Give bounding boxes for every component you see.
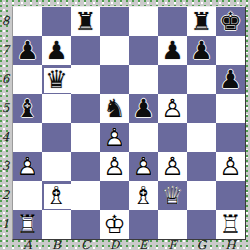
white-bishop-icon: ♝: [129, 181, 158, 210]
square-c1[interactable]: [71, 210, 100, 239]
rank-label-7: 7: [0, 36, 11, 65]
square-c8[interactable]: ♜: [71, 7, 100, 36]
square-b1[interactable]: [42, 210, 71, 239]
square-g6[interactable]: [187, 65, 216, 94]
file-label-c: C: [71, 240, 100, 250]
black-bishop-icon: ♝: [13, 94, 42, 123]
square-b5[interactable]: [42, 94, 71, 123]
square-h4[interactable]: [216, 123, 245, 152]
white-pawn-icon: ♟: [158, 94, 187, 123]
white-queen-icon: ♕: [158, 181, 187, 210]
square-b6[interactable]: ♛: [42, 65, 71, 94]
square-f2[interactable]: ♛♕: [158, 181, 187, 210]
square-b7[interactable]: ♟: [42, 36, 71, 65]
square-g3[interactable]: [187, 152, 216, 181]
black-pawn-icon: ♟: [13, 36, 42, 65]
square-c6[interactable]: [71, 65, 100, 94]
rank-label-4: 4: [0, 123, 11, 152]
white-rook-icon: ♜: [13, 210, 42, 239]
rank-label-1: 1: [0, 210, 11, 239]
file-label-g: G: [187, 240, 216, 250]
white-rook-icon: ♜: [216, 210, 245, 239]
square-e7[interactable]: [129, 36, 158, 65]
file-label-h: H: [216, 240, 245, 250]
square-e4[interactable]: [129, 123, 158, 152]
square-d4[interactable]: ♟♙: [100, 123, 129, 152]
white-pawn-icon: ♙: [129, 152, 158, 181]
square-d2[interactable]: [100, 181, 129, 210]
square-f6[interactable]: [158, 65, 187, 94]
square-f8[interactable]: [158, 7, 187, 36]
white-pawn-icon: ♟: [129, 152, 158, 181]
black-pawn-icon: ♟: [42, 36, 71, 65]
square-a6[interactable]: [13, 65, 42, 94]
white-queen-icon: ♛: [158, 181, 187, 210]
square-d6[interactable]: [100, 65, 129, 94]
square-f4[interactable]: [158, 123, 187, 152]
square-c5[interactable]: [71, 94, 100, 123]
square-a5[interactable]: ♝: [13, 94, 42, 123]
square-h6[interactable]: ♟: [216, 65, 245, 94]
white-piece-tile: [44, 68, 71, 93]
square-h1[interactable]: ♜♖: [216, 210, 245, 239]
white-rook-icon: ♖: [13, 210, 42, 239]
square-c2[interactable]: [71, 181, 100, 210]
square-g1[interactable]: [187, 210, 216, 239]
white-rook-icon: ♖: [216, 210, 245, 239]
square-d8[interactable]: [100, 7, 129, 36]
white-king-icon: ♔: [100, 210, 129, 239]
white-pawn-icon: ♟: [158, 152, 187, 181]
white-pawn-icon: ♙: [158, 94, 187, 123]
square-b4[interactable]: [42, 123, 71, 152]
black-knight-icon: ♞: [100, 94, 129, 123]
white-bishop-icon: ♗: [129, 181, 158, 210]
square-b3[interactable]: [42, 152, 71, 181]
black-pawn-icon: ♟: [216, 65, 245, 94]
file-label-b: B: [42, 240, 71, 250]
square-d7[interactable]: [100, 36, 129, 65]
square-c3[interactable]: [71, 152, 100, 181]
square-f3[interactable]: ♟♙: [158, 152, 187, 181]
file-label-e: E: [129, 240, 158, 250]
square-g7[interactable]: ♟: [187, 36, 216, 65]
square-e8[interactable]: [129, 7, 158, 36]
file-label-d: D: [100, 240, 129, 250]
square-b8[interactable]: [42, 7, 71, 36]
white-pawn-icon: ♙: [158, 152, 187, 181]
white-pawn-icon: ♙: [100, 152, 129, 181]
file-label-a: A: [13, 240, 42, 250]
rank-label-6: 6: [0, 65, 11, 94]
rank-label-2: 2: [0, 181, 11, 210]
white-pawn-icon: ♙: [13, 152, 42, 181]
square-e3[interactable]: ♟♙: [129, 152, 158, 181]
square-c4[interactable]: [71, 123, 100, 152]
square-f5[interactable]: ♟♙: [158, 94, 187, 123]
black-pawn-icon: ♟: [187, 36, 216, 65]
square-g8[interactable]: ♜: [187, 7, 216, 36]
square-a4[interactable]: [13, 123, 42, 152]
chess-diagram: ♜♜♚♟♟♟♟♛♟♝♞♟♟♙♟♙♟♙♟♙♟♙♟♙♟♙♝♗♝♗♛♕♜♖♚♔♜♖ 8…: [0, 0, 250, 250]
square-e5[interactable]: ♟: [129, 94, 158, 123]
square-g2[interactable]: [187, 181, 216, 210]
square-h5[interactable]: [216, 94, 245, 123]
black-king-icon: ♚: [216, 7, 245, 36]
square-d5[interactable]: ♞: [100, 94, 129, 123]
white-pawn-icon: ♙: [100, 123, 129, 152]
rank-label-8: 8: [0, 7, 11, 36]
square-a2[interactable]: [13, 181, 42, 210]
square-h7[interactable]: [216, 36, 245, 65]
square-a7[interactable]: ♟: [13, 36, 42, 65]
white-piece-tile: [44, 184, 71, 209]
square-d1[interactable]: ♚♔: [100, 210, 129, 239]
square-b2[interactable]: ♝♗: [42, 181, 71, 210]
square-a8[interactable]: [13, 7, 42, 36]
square-g4[interactable]: [187, 123, 216, 152]
square-a3[interactable]: ♟♙: [13, 152, 42, 181]
square-h8[interactable]: ♚: [216, 7, 245, 36]
rank-label-5: 5: [0, 94, 11, 123]
white-pawn-icon: ♟: [100, 152, 129, 181]
black-rook-icon: ♜: [187, 7, 216, 36]
black-rook-icon: ♜: [71, 7, 100, 36]
black-pawn-icon: ♟: [129, 94, 158, 123]
square-d3[interactable]: ♟♙: [100, 152, 129, 181]
square-e1[interactable]: [129, 210, 158, 239]
rank-label-3: 3: [0, 152, 11, 181]
square-f7[interactable]: ♟: [158, 36, 187, 65]
chess-board: ♜♜♚♟♟♟♟♛♟♝♞♟♟♙♟♙♟♙♟♙♟♙♟♙♟♙♝♗♝♗♛♕♜♖♚♔♜♖: [12, 6, 246, 240]
square-e6[interactable]: [129, 65, 158, 94]
square-c7[interactable]: [71, 36, 100, 65]
square-e2[interactable]: ♝♗: [129, 181, 158, 210]
square-h3[interactable]: ♟♙: [216, 152, 245, 181]
white-pawn-icon: ♙: [216, 152, 245, 181]
square-a1[interactable]: ♜♖: [13, 210, 42, 239]
file-label-f: F: [158, 240, 187, 250]
square-f1[interactable]: [158, 210, 187, 239]
square-g5[interactable]: [187, 94, 216, 123]
white-pawn-icon: ♟: [13, 152, 42, 181]
white-pawn-icon: ♟: [216, 152, 245, 181]
square-h2[interactable]: [216, 181, 245, 210]
white-king-icon: ♚: [100, 210, 129, 239]
black-pawn-icon: ♟: [158, 36, 187, 65]
white-pawn-icon: ♟: [100, 123, 129, 152]
